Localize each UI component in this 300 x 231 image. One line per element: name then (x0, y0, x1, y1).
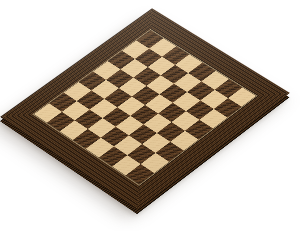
board-square-r7c4 (88, 118, 116, 138)
board-square-r7c5 (101, 127, 129, 147)
board-square-r8c8 (126, 164, 154, 184)
board-square-r5c6 (144, 114, 172, 134)
board-square-r8c2 (47, 112, 75, 131)
board-square-r6c6 (129, 124, 157, 144)
board-square-r2c8 (214, 98, 242, 117)
board-square-r6c4 (103, 107, 131, 126)
board-square-r5c5 (130, 105, 158, 124)
board-square-r8c6 (99, 146, 127, 166)
board-square-r8c5 (86, 138, 114, 158)
board-square-r6c5 (116, 116, 144, 136)
board-square-r8c3 (60, 120, 88, 140)
board-square-r4c7 (172, 111, 200, 131)
board-square-r3c8 (199, 109, 227, 128)
board-frame-near-left-edge (0, 104, 155, 210)
board-square-r5c7 (157, 122, 185, 142)
board-square-r4c6 (158, 103, 186, 122)
board-square-r7c3 (75, 110, 103, 129)
chess-board (0, 8, 290, 210)
board-square-r3c7 (186, 100, 214, 119)
board-square-r4c8 (185, 120, 213, 140)
board-square-r7c7 (127, 144, 155, 164)
board-square-r5c8 (170, 131, 198, 151)
board-square-r7c6 (114, 135, 142, 155)
board-square-r7c8 (141, 153, 169, 173)
board-square-r8c4 (73, 129, 101, 149)
photo-canvas (0, 0, 300, 231)
board-square-r8c7 (112, 155, 140, 175)
board-square-r6c8 (156, 142, 184, 162)
board-top-face (0, 8, 290, 210)
board-square-r6c7 (142, 133, 170, 153)
